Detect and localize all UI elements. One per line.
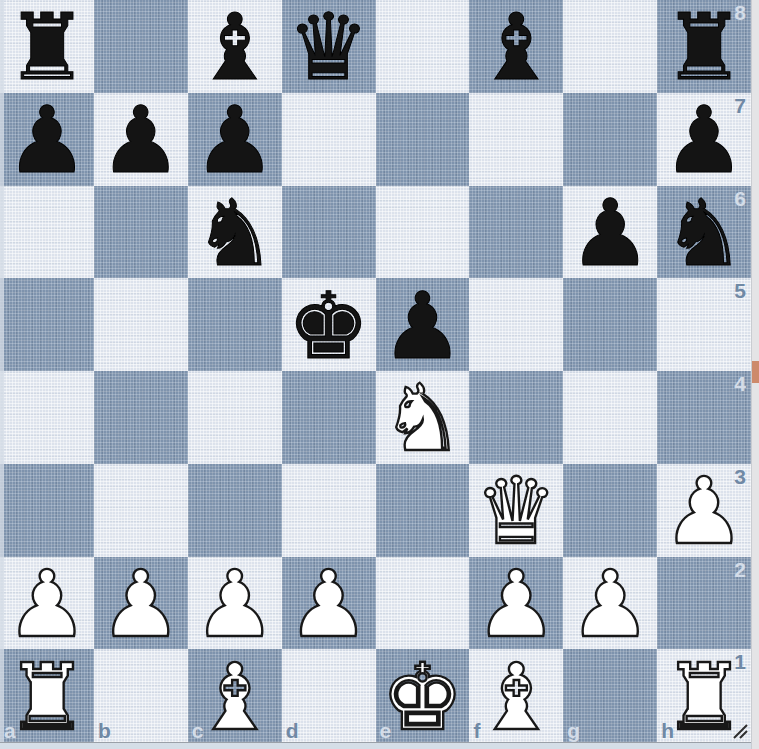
square-f8[interactable]: ♝ [469,0,563,93]
piece-white-bishop[interactable]: ♝ [475,652,557,744]
piece-white-pawn[interactable]: ♟ [475,559,557,651]
square-b2[interactable]: ♟ [94,557,188,650]
square-g5[interactable] [563,278,657,371]
square-a8[interactable]: ♜ [0,0,94,93]
square-a4[interactable] [0,371,94,464]
square-a3[interactable] [0,464,94,557]
piece-black-knight[interactable]: ♞ [663,188,745,280]
square-g8[interactable] [563,0,657,93]
square-b5[interactable] [94,278,188,371]
square-e5[interactable]: ♟ [376,278,470,371]
square-f7[interactable] [469,93,563,186]
square-f6[interactable] [469,186,563,279]
piece-white-queen[interactable]: ♛ [475,466,557,558]
square-g3[interactable] [563,464,657,557]
square-c8[interactable]: ♝ [188,0,282,93]
piece-black-pawn[interactable]: ♟ [100,95,182,187]
square-e4[interactable]: ♞ [376,371,470,464]
piece-black-bishop[interactable]: ♝ [193,2,275,94]
board-resize-handle[interactable] [730,721,750,741]
piece-black-bishop[interactable]: ♝ [475,2,557,94]
piece-black-pawn[interactable]: ♟ [193,95,275,187]
square-c6[interactable]: ♞ [188,186,282,279]
piece-white-pawn[interactable]: ♟ [193,559,275,651]
square-a6[interactable] [0,186,94,279]
square-h2[interactable]: 2 [657,557,751,650]
file-label-g: g [567,720,580,741]
square-c5[interactable] [188,278,282,371]
square-e7[interactable] [376,93,470,186]
chess-app-screen: ♜♝♛♝♜8♟♟♟♟7♞♟♞6♚♟5♞4♛♟3♟♟♟♟♟♟2♜ab♝cd♚e♝f… [0,0,759,749]
piece-black-rook[interactable]: ♜ [663,2,745,94]
square-d8[interactable]: ♛ [282,0,376,93]
square-f1[interactable]: ♝f [469,649,563,742]
piece-black-rook[interactable]: ♜ [6,2,88,94]
square-d4[interactable] [282,371,376,464]
square-b3[interactable] [94,464,188,557]
square-f5[interactable] [469,278,563,371]
piece-black-pawn[interactable]: ♟ [663,95,745,187]
piece-black-pawn[interactable]: ♟ [569,188,651,280]
square-d6[interactable] [282,186,376,279]
square-b8[interactable] [94,0,188,93]
piece-black-knight[interactable]: ♞ [193,188,275,280]
square-g2[interactable]: ♟ [563,557,657,650]
square-h3[interactable]: ♟3 [657,464,751,557]
square-d5[interactable]: ♚ [282,278,376,371]
square-f2[interactable]: ♟ [469,557,563,650]
square-b4[interactable] [94,371,188,464]
square-e6[interactable] [376,186,470,279]
square-d1[interactable]: d [282,649,376,742]
piece-white-pawn[interactable]: ♟ [6,559,88,651]
square-h5[interactable]: 5 [657,278,751,371]
square-e1[interactable]: ♚e [376,649,470,742]
square-g6[interactable]: ♟ [563,186,657,279]
piece-white-bishop[interactable]: ♝ [193,652,275,744]
square-g7[interactable] [563,93,657,186]
square-c3[interactable] [188,464,282,557]
square-b1[interactable]: b [94,649,188,742]
square-d7[interactable] [282,93,376,186]
square-h7[interactable]: ♟7 [657,93,751,186]
file-label-b: b [98,720,111,741]
piece-white-pawn[interactable]: ♟ [287,559,369,651]
square-c7[interactable]: ♟ [188,93,282,186]
rank-label-2: 2 [734,559,746,580]
square-a2[interactable]: ♟ [0,557,94,650]
square-b7[interactable]: ♟ [94,93,188,186]
square-f3[interactable]: ♛ [469,464,563,557]
square-e2[interactable] [376,557,470,650]
piece-white-pawn[interactable]: ♟ [569,559,651,651]
square-h8[interactable]: ♜8 [657,0,751,93]
square-c2[interactable]: ♟ [188,557,282,650]
piece-white-pawn[interactable]: ♟ [663,466,745,558]
piece-black-pawn[interactable]: ♟ [381,281,463,373]
square-h6[interactable]: ♞6 [657,186,751,279]
square-h4[interactable]: 4 [657,371,751,464]
square-a1[interactable]: ♜a [0,649,94,742]
file-label-d: d [286,720,299,741]
piece-black-pawn[interactable]: ♟ [6,95,88,187]
square-c4[interactable] [188,371,282,464]
square-f4[interactable] [469,371,563,464]
square-b6[interactable] [94,186,188,279]
square-a7[interactable]: ♟ [0,93,94,186]
square-g4[interactable] [563,371,657,464]
square-d2[interactable]: ♟ [282,557,376,650]
piece-white-king[interactable]: ♚ [381,652,463,744]
chess-board: ♜♝♛♝♜8♟♟♟♟7♞♟♞6♚♟5♞4♛♟3♟♟♟♟♟♟2♜ab♝cd♚e♝f… [0,0,751,742]
page-scrollbar-thumb[interactable] [752,361,759,383]
piece-white-knight[interactable]: ♞ [381,373,463,465]
rank-label-4: 4 [734,373,746,394]
square-d3[interactable] [282,464,376,557]
piece-white-rook[interactable]: ♜ [6,652,88,744]
square-e3[interactable] [376,464,470,557]
piece-white-pawn[interactable]: ♟ [100,559,182,651]
page-bottom-strip [0,742,751,749]
square-e8[interactable] [376,0,470,93]
piece-black-queen[interactable]: ♛ [287,2,369,94]
square-c1[interactable]: ♝c [188,649,282,742]
piece-black-king[interactable]: ♚ [287,281,369,373]
square-h1[interactable]: ♜1h [657,649,751,742]
rank-label-5: 5 [734,280,746,301]
square-a5[interactable] [0,278,94,371]
square-g1[interactable]: g [563,649,657,742]
